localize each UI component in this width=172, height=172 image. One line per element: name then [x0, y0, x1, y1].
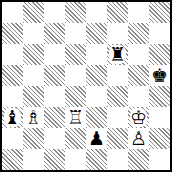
- square-a1[interactable]: [2, 149, 23, 170]
- chess-board: ♜♚♝♗♖♔♟♙: [2, 2, 170, 170]
- black-rook-f6[interactable]: ♜: [107, 44, 128, 65]
- square-g7[interactable]: [128, 23, 149, 44]
- square-b6[interactable]: [23, 44, 44, 65]
- square-h4[interactable]: [149, 86, 170, 107]
- square-a3[interactable]: ♝: [2, 107, 23, 128]
- square-f3[interactable]: [107, 107, 128, 128]
- square-a7[interactable]: [2, 23, 23, 44]
- square-f7[interactable]: [107, 23, 128, 44]
- square-d6[interactable]: [65, 44, 86, 65]
- square-g2[interactable]: ♙: [128, 128, 149, 149]
- square-a5[interactable]: [2, 65, 23, 86]
- square-b3[interactable]: ♗: [23, 107, 44, 128]
- square-e7[interactable]: [86, 23, 107, 44]
- square-e1[interactable]: [86, 149, 107, 170]
- square-d4[interactable]: [65, 86, 86, 107]
- square-c5[interactable]: [44, 65, 65, 86]
- square-d2[interactable]: [65, 128, 86, 149]
- square-b4[interactable]: [23, 86, 44, 107]
- square-a2[interactable]: [2, 128, 23, 149]
- square-f4[interactable]: [107, 86, 128, 107]
- square-f1[interactable]: [107, 149, 128, 170]
- square-d1[interactable]: [65, 149, 86, 170]
- square-g4[interactable]: [128, 86, 149, 107]
- square-h7[interactable]: [149, 23, 170, 44]
- square-e4[interactable]: [86, 86, 107, 107]
- square-h2[interactable]: [149, 128, 170, 149]
- square-e2[interactable]: ♟: [86, 128, 107, 149]
- square-e8[interactable]: [86, 2, 107, 23]
- chess-board-frame: ♜♚♝♗♖♔♟♙: [0, 0, 172, 172]
- square-a4[interactable]: [2, 86, 23, 107]
- square-e6[interactable]: [86, 44, 107, 65]
- square-a6[interactable]: [2, 44, 23, 65]
- square-c8[interactable]: [44, 2, 65, 23]
- square-h6[interactable]: [149, 44, 170, 65]
- square-b7[interactable]: [23, 23, 44, 44]
- white-pawn-g2[interactable]: ♙: [128, 128, 149, 149]
- white-rook-d3[interactable]: ♖: [65, 107, 86, 128]
- square-f2[interactable]: [107, 128, 128, 149]
- square-d7[interactable]: [65, 23, 86, 44]
- square-c7[interactable]: [44, 23, 65, 44]
- square-h8[interactable]: [149, 2, 170, 23]
- square-h1[interactable]: [149, 149, 170, 170]
- square-f5[interactable]: [107, 65, 128, 86]
- square-b1[interactable]: [23, 149, 44, 170]
- square-d8[interactable]: [65, 2, 86, 23]
- black-king-h5[interactable]: ♚: [149, 65, 170, 86]
- square-b8[interactable]: [23, 2, 44, 23]
- square-f6[interactable]: ♜: [107, 44, 128, 65]
- square-c2[interactable]: [44, 128, 65, 149]
- square-g6[interactable]: [128, 44, 149, 65]
- black-pawn-e2[interactable]: ♟: [86, 128, 107, 149]
- square-c1[interactable]: [44, 149, 65, 170]
- square-h3[interactable]: [149, 107, 170, 128]
- square-d3[interactable]: ♖: [65, 107, 86, 128]
- white-king-g3[interactable]: ♔: [128, 107, 149, 128]
- square-d5[interactable]: [65, 65, 86, 86]
- square-c3[interactable]: [44, 107, 65, 128]
- square-c4[interactable]: [44, 86, 65, 107]
- square-b2[interactable]: [23, 128, 44, 149]
- square-f8[interactable]: [107, 2, 128, 23]
- square-a8[interactable]: [2, 2, 23, 23]
- square-c6[interactable]: [44, 44, 65, 65]
- square-g5[interactable]: [128, 65, 149, 86]
- square-g3[interactable]: ♔: [128, 107, 149, 128]
- square-h5[interactable]: ♚: [149, 65, 170, 86]
- square-b5[interactable]: [23, 65, 44, 86]
- square-g1[interactable]: [128, 149, 149, 170]
- white-bishop-b3[interactable]: ♗: [23, 107, 44, 128]
- square-e5[interactable]: [86, 65, 107, 86]
- square-e3[interactable]: [86, 107, 107, 128]
- square-g8[interactable]: [128, 2, 149, 23]
- black-bishop-a3[interactable]: ♝: [2, 107, 23, 128]
